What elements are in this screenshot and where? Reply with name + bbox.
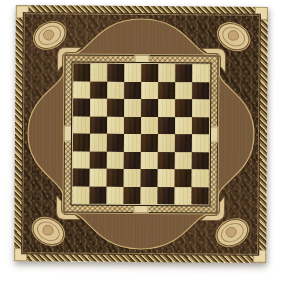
board-grid	[72, 63, 211, 206]
square-b1	[90, 186, 107, 204]
square-g2	[175, 169, 192, 187]
square-a3	[73, 151, 90, 169]
square-f2	[158, 169, 175, 187]
chess-board-photo	[14, 5, 268, 263]
square-d7	[124, 81, 141, 99]
square-e4	[141, 134, 158, 152]
square-h3	[192, 152, 209, 170]
square-b6	[90, 99, 107, 117]
inlay-tab	[133, 205, 148, 213]
square-g5	[175, 117, 192, 135]
side-arch-left	[28, 67, 65, 199]
square-h2	[192, 169, 209, 187]
square-c4	[107, 134, 124, 152]
square-h6	[192, 99, 209, 117]
square-b5	[90, 116, 107, 134]
square-f6	[158, 99, 175, 117]
square-e3	[141, 151, 158, 169]
square-g8	[175, 64, 192, 82]
square-a5	[73, 116, 90, 134]
square-a1	[73, 186, 90, 204]
side-arch-right	[217, 69, 254, 201]
square-c8	[107, 64, 124, 82]
inlay-tab	[210, 126, 218, 142]
square-d2	[124, 169, 141, 187]
square-b3	[90, 151, 107, 169]
square-f7	[158, 82, 175, 100]
square-d4	[124, 134, 141, 152]
square-c7	[107, 81, 124, 99]
square-d3	[124, 151, 141, 169]
inlay-tab	[134, 55, 149, 63]
square-c3	[107, 151, 124, 169]
square-g4	[175, 134, 192, 152]
square-e1	[141, 186, 158, 204]
square-c5	[107, 116, 124, 134]
square-e2	[141, 169, 158, 187]
square-f3	[158, 152, 175, 170]
square-f1	[158, 187, 175, 205]
square-h1	[192, 187, 209, 205]
square-f8	[158, 64, 175, 82]
square-b8	[90, 64, 107, 82]
side-arch-top	[70, 19, 214, 57]
square-e5	[141, 117, 158, 135]
square-c2	[107, 169, 124, 187]
square-a2	[73, 169, 90, 187]
square-c6	[107, 99, 124, 117]
square-a4	[73, 134, 90, 152]
square-e7	[141, 82, 158, 100]
square-d8	[124, 64, 141, 82]
square-d5	[124, 116, 141, 134]
square-g3	[175, 152, 192, 170]
square-f5	[158, 117, 175, 135]
square-c1	[107, 186, 124, 204]
square-h4	[192, 134, 209, 152]
square-b2	[90, 169, 107, 187]
square-d1	[124, 186, 141, 204]
square-b4	[90, 134, 107, 152]
square-e8	[141, 64, 158, 82]
inlay-tab	[64, 125, 72, 141]
square-e6	[141, 99, 158, 117]
square-h7	[192, 82, 209, 100]
square-a7	[73, 81, 90, 99]
side-arch-bottom	[68, 212, 212, 250]
square-b7	[90, 81, 107, 99]
square-g1	[175, 187, 192, 205]
square-g7	[175, 82, 192, 100]
square-d6	[124, 99, 141, 117]
square-h5	[192, 117, 209, 135]
photo-background	[0, 0, 282, 282]
square-a8	[73, 64, 90, 82]
square-f4	[158, 134, 175, 152]
square-a6	[73, 99, 90, 117]
square-g6	[175, 99, 192, 117]
square-h8	[192, 64, 209, 82]
